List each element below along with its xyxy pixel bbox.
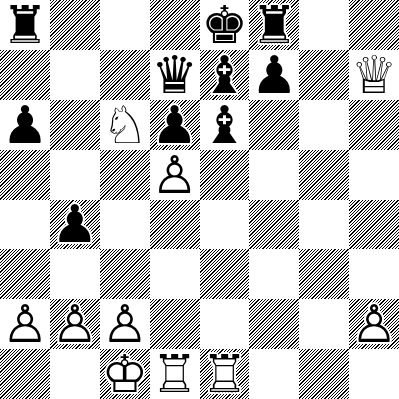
- piece-glyph: ♝: [200, 100, 250, 150]
- square-h5[interactable]: [349, 150, 399, 200]
- square-b2[interactable]: ♟♙: [50, 299, 100, 349]
- square-g5[interactable]: [299, 150, 349, 200]
- square-a5[interactable]: [0, 150, 50, 200]
- square-e8[interactable]: ♚: [200, 0, 250, 50]
- piece-black-pawn[interactable]: ♟: [0, 100, 50, 150]
- square-g4[interactable]: [299, 200, 349, 250]
- piece-glyph-outline: ♙: [50, 299, 100, 349]
- piece-white-king[interactable]: ♚♔: [100, 349, 150, 399]
- square-e7[interactable]: ♝: [200, 50, 250, 100]
- piece-white-pawn[interactable]: ♟♙: [150, 150, 200, 200]
- square-f4[interactable]: [249, 200, 299, 250]
- square-f1[interactable]: [249, 349, 299, 399]
- square-b8[interactable]: [50, 0, 100, 50]
- piece-black-pawn[interactable]: ♟: [150, 100, 200, 150]
- square-h6[interactable]: [349, 100, 399, 150]
- square-h4[interactable]: [349, 200, 399, 250]
- square-g7[interactable]: [299, 50, 349, 100]
- square-f2[interactable]: [249, 299, 299, 349]
- square-h7[interactable]: ♛♕: [349, 50, 399, 100]
- square-b6[interactable]: [50, 100, 100, 150]
- piece-white-pawn[interactable]: ♟♙: [349, 299, 399, 349]
- piece-white-pawn[interactable]: ♟♙: [100, 299, 150, 349]
- square-c8[interactable]: [100, 0, 150, 50]
- square-f3[interactable]: [249, 249, 299, 299]
- piece-glyph: ♟: [50, 200, 100, 250]
- square-e2[interactable]: [200, 299, 250, 349]
- piece-black-king[interactable]: ♚: [200, 0, 250, 50]
- piece-glyph: ♚: [200, 0, 250, 50]
- square-c6[interactable]: ♞♘: [100, 100, 150, 150]
- piece-glyph: ♝: [200, 50, 250, 100]
- piece-black-rook[interactable]: ♜: [0, 0, 50, 50]
- square-e5[interactable]: [200, 150, 250, 200]
- square-e3[interactable]: [200, 249, 250, 299]
- square-c4[interactable]: [100, 200, 150, 250]
- square-a3[interactable]: [0, 249, 50, 299]
- square-d5[interactable]: ♟♙: [150, 150, 200, 200]
- square-e4[interactable]: [200, 200, 250, 250]
- piece-glyph: ♟: [249, 50, 299, 100]
- square-b4[interactable]: ♟: [50, 200, 100, 250]
- square-d2[interactable]: [150, 299, 200, 349]
- square-f6[interactable]: [249, 100, 299, 150]
- square-c3[interactable]: [100, 249, 150, 299]
- piece-black-bishop[interactable]: ♝: [200, 100, 250, 150]
- piece-white-queen[interactable]: ♛♕: [349, 50, 399, 100]
- piece-black-pawn[interactable]: ♟: [249, 50, 299, 100]
- square-a8[interactable]: ♜: [0, 0, 50, 50]
- piece-glyph: ♛: [150, 50, 200, 100]
- square-b1[interactable]: [50, 349, 100, 399]
- square-b3[interactable]: [50, 249, 100, 299]
- piece-black-queen[interactable]: ♛: [150, 50, 200, 100]
- square-a2[interactable]: ♟♙: [0, 299, 50, 349]
- square-a6[interactable]: ♟: [0, 100, 50, 150]
- piece-white-pawn[interactable]: ♟♙: [0, 299, 50, 349]
- piece-glyph: ♜: [0, 0, 50, 50]
- square-d3[interactable]: [150, 249, 200, 299]
- square-h3[interactable]: [349, 249, 399, 299]
- piece-black-bishop[interactable]: ♝: [200, 50, 250, 100]
- square-g6[interactable]: [299, 100, 349, 150]
- piece-glyph: ♜: [249, 0, 299, 50]
- square-a7[interactable]: [0, 50, 50, 100]
- piece-black-rook[interactable]: ♜: [249, 0, 299, 50]
- square-g8[interactable]: [299, 0, 349, 50]
- square-d7[interactable]: ♛: [150, 50, 200, 100]
- square-b5[interactable]: [50, 150, 100, 200]
- piece-black-pawn[interactable]: ♟: [50, 200, 100, 250]
- square-c5[interactable]: [100, 150, 150, 200]
- chess-board: ♜♚♜♛♝♟♛♕♟♞♘♟♝♟♙♟♟♙♟♙♟♙♟♙♚♔♜♖♜♖: [0, 0, 399, 399]
- piece-glyph: ♟: [0, 100, 50, 150]
- square-h8[interactable]: [349, 0, 399, 50]
- piece-glyph-outline: ♖: [200, 349, 250, 399]
- square-e1[interactable]: ♜♖: [200, 349, 250, 399]
- piece-glyph-outline: ♘: [100, 100, 150, 150]
- square-d6[interactable]: ♟: [150, 100, 200, 150]
- piece-white-rook[interactable]: ♜♖: [200, 349, 250, 399]
- piece-glyph: ♟: [150, 100, 200, 150]
- square-g2[interactable]: [299, 299, 349, 349]
- square-c7[interactable]: [100, 50, 150, 100]
- square-f5[interactable]: [249, 150, 299, 200]
- square-a1[interactable]: [0, 349, 50, 399]
- square-e6[interactable]: ♝: [200, 100, 250, 150]
- square-c2[interactable]: ♟♙: [100, 299, 150, 349]
- piece-glyph-outline: ♙: [0, 299, 50, 349]
- piece-glyph-outline: ♖: [150, 349, 200, 399]
- square-h2[interactable]: ♟♙: [349, 299, 399, 349]
- piece-glyph-outline: ♕: [349, 50, 399, 100]
- chess-diagram: ♜♚♜♛♝♟♛♕♟♞♘♟♝♟♙♟♟♙♟♙♟♙♟♙♚♔♜♖♜♖: [0, 0, 399, 399]
- square-h1[interactable]: [349, 349, 399, 399]
- piece-glyph-outline: ♙: [100, 299, 150, 349]
- square-b7[interactable]: [50, 50, 100, 100]
- piece-glyph-outline: ♔: [100, 349, 150, 399]
- square-a4[interactable]: [0, 200, 50, 250]
- square-d8[interactable]: [150, 0, 200, 50]
- piece-white-pawn[interactable]: ♟♙: [50, 299, 100, 349]
- piece-glyph-outline: ♙: [150, 150, 200, 200]
- square-d4[interactable]: [150, 200, 200, 250]
- square-c1[interactable]: ♚♔: [100, 349, 150, 399]
- piece-white-knight[interactable]: ♞♘: [100, 100, 150, 150]
- square-f7[interactable]: ♟: [249, 50, 299, 100]
- piece-white-rook[interactable]: ♜♖: [150, 349, 200, 399]
- square-d1[interactable]: ♜♖: [150, 349, 200, 399]
- square-g1[interactable]: [299, 349, 349, 399]
- square-g3[interactable]: [299, 249, 349, 299]
- piece-glyph-outline: ♙: [349, 299, 399, 349]
- square-f8[interactable]: ♜: [249, 0, 299, 50]
